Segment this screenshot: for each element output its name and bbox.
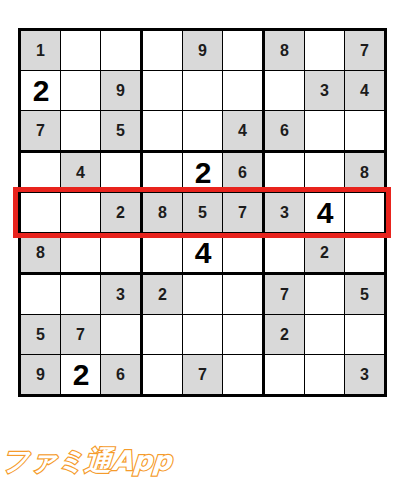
cell-r5c4[interactable]: 8 [143,193,183,233]
cell-r4c5[interactable]: 2 [183,153,223,193]
cell-r2c9[interactable]: 4 [345,71,384,111]
cell-r4c8[interactable] [305,153,345,193]
cell-r1c4[interactable] [143,31,183,71]
cell-r3c8[interactable] [305,111,345,153]
cell-r4c9[interactable]: 8 [345,153,384,193]
famitsu-app-logo: ファミ通App [1,443,173,479]
cell-r5c9[interactable] [345,193,384,233]
board-row-1: 1987 [21,31,384,71]
board-row-4: 4268 [21,153,384,193]
cell-r9c7[interactable] [265,355,305,394]
cell-r1c6[interactable] [223,31,265,71]
cell-r3c3[interactable]: 5 [101,111,143,153]
cell-r4c4[interactable] [143,153,183,193]
cell-r4c2[interactable]: 4 [61,153,101,193]
cell-r8c2[interactable]: 7 [61,315,101,355]
board-row-7: 3275 [21,275,384,315]
cell-r7c5[interactable] [183,275,223,315]
board-row-5: 285734 [21,193,384,233]
cell-r3c4[interactable] [143,111,183,153]
cell-r9c8[interactable] [305,355,345,394]
cell-r7c2[interactable] [61,275,101,315]
cell-r6c1[interactable]: 8 [21,233,61,275]
cell-r1c2[interactable] [61,31,101,71]
cell-r1c3[interactable] [101,31,143,71]
cell-r7c8[interactable] [305,275,345,315]
cell-r4c3[interactable] [101,153,143,193]
cell-r5c5[interactable]: 5 [183,193,223,233]
cell-r1c1[interactable]: 1 [21,31,61,71]
cell-r8c9[interactable] [345,315,384,355]
cell-r6c3[interactable] [101,233,143,275]
cell-r6c7[interactable] [265,233,305,275]
cell-r8c7[interactable]: 2 [265,315,305,355]
cell-r1c8[interactable] [305,31,345,71]
cell-r8c5[interactable] [183,315,223,355]
cell-r9c1[interactable]: 9 [21,355,61,394]
sudoku-board: 1987293475464268285734842327557292673 [18,28,387,397]
cell-r3c9[interactable] [345,111,384,153]
cell-r1c5[interactable]: 9 [183,31,223,71]
cell-r2c5[interactable] [183,71,223,111]
cell-r8c8[interactable] [305,315,345,355]
cell-r7c9[interactable]: 5 [345,275,384,315]
cell-r2c6[interactable] [223,71,265,111]
cell-r3c1[interactable]: 7 [21,111,61,153]
cell-r7c1[interactable] [21,275,61,315]
cell-r2c1[interactable]: 2 [21,71,61,111]
board-row-3: 7546 [21,111,384,153]
cell-r2c8[interactable]: 3 [305,71,345,111]
cell-r6c2[interactable] [61,233,101,275]
cell-r3c5[interactable] [183,111,223,153]
cell-r2c3[interactable]: 9 [101,71,143,111]
cell-r7c3[interactable]: 3 [101,275,143,315]
cell-r9c5[interactable]: 7 [183,355,223,394]
cell-r4c6[interactable]: 6 [223,153,265,193]
cell-r9c2[interactable]: 2 [61,355,101,394]
board-row-2: 2934 [21,71,384,111]
cell-r3c2[interactable] [61,111,101,153]
cell-r6c9[interactable] [345,233,384,275]
cell-r8c4[interactable] [143,315,183,355]
cell-r5c3[interactable]: 2 [101,193,143,233]
cell-r6c6[interactable] [223,233,265,275]
cell-r9c4[interactable] [143,355,183,394]
cell-r7c7[interactable]: 7 [265,275,305,315]
cell-r7c4[interactable]: 2 [143,275,183,315]
cell-r4c7[interactable] [265,153,305,193]
cell-r3c6[interactable]: 4 [223,111,265,153]
cell-r7c6[interactable] [223,275,265,315]
cell-r6c8[interactable]: 2 [305,233,345,275]
cell-r3c7[interactable]: 6 [265,111,305,153]
cell-r5c6[interactable]: 7 [223,193,265,233]
cell-r5c7[interactable]: 3 [265,193,305,233]
cell-r1c9[interactable]: 7 [345,31,384,71]
cell-r5c2[interactable] [61,193,101,233]
cell-r2c4[interactable] [143,71,183,111]
cell-r9c6[interactable] [223,355,265,394]
cell-r5c1[interactable] [21,193,61,233]
cell-r1c7[interactable]: 8 [265,31,305,71]
cell-r2c7[interactable] [265,71,305,111]
cell-r8c6[interactable] [223,315,265,355]
cell-r9c9[interactable]: 3 [345,355,384,394]
board-row-6: 842 [21,233,384,275]
board-row-9: 92673 [21,355,384,394]
cell-r6c5[interactable]: 4 [183,233,223,275]
cell-r4c1[interactable] [21,153,61,193]
cell-r9c3[interactable]: 6 [101,355,143,394]
cell-r2c2[interactable] [61,71,101,111]
cell-r8c1[interactable]: 5 [21,315,61,355]
board-row-8: 572 [21,315,384,355]
cell-r6c4[interactable] [143,233,183,275]
cell-r8c3[interactable] [101,315,143,355]
cell-r5c8[interactable]: 4 [305,193,345,233]
